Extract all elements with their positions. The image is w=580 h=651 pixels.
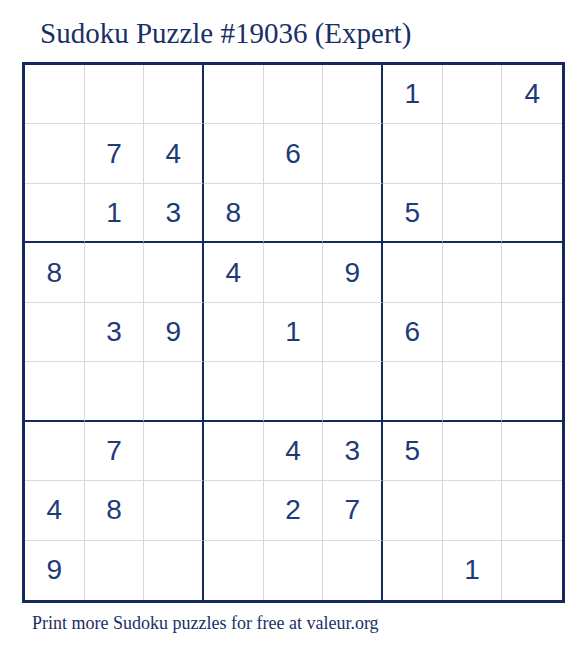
sudoku-cell-r7c5[interactable]: 4: [264, 422, 324, 481]
sudoku-cell-r1c9[interactable]: 4: [502, 65, 562, 124]
sudoku-cell-r3c5[interactable]: [264, 184, 324, 243]
sudoku-cell-r8c3[interactable]: [144, 481, 204, 540]
sudoku-cell-r7c2[interactable]: 7: [85, 422, 145, 481]
sudoku-cell-r6c2[interactable]: [85, 362, 145, 421]
sudoku-cell-r5c8[interactable]: [443, 303, 503, 362]
sudoku-cell-r3c4[interactable]: 8: [204, 184, 264, 243]
sudoku-cell-r8c6[interactable]: 7: [323, 481, 383, 540]
sudoku-cell-r8c4[interactable]: [204, 481, 264, 540]
sudoku-cell-r2c2[interactable]: 7: [85, 124, 145, 183]
sudoku-cell-r3c7[interactable]: 5: [383, 184, 443, 243]
sudoku-cell-r2c8[interactable]: [443, 124, 503, 183]
sudoku-cell-r6c1[interactable]: [25, 362, 85, 421]
sudoku-cell-r9c5[interactable]: [264, 541, 324, 600]
sudoku-cell-r8c5[interactable]: 2: [264, 481, 324, 540]
sudoku-cell-r6c5[interactable]: [264, 362, 324, 421]
sudoku-cell-r4c9[interactable]: [502, 243, 562, 302]
sudoku-cell-r7c6[interactable]: 3: [323, 422, 383, 481]
sudoku-cell-r2c9[interactable]: [502, 124, 562, 183]
footer-note: Print more Sudoku puzzles for free at va…: [32, 613, 379, 634]
sudoku-cell-r5c3[interactable]: 9: [144, 303, 204, 362]
sudoku-cell-r9c4[interactable]: [204, 541, 264, 600]
sudoku-cell-r1c4[interactable]: [204, 65, 264, 124]
sudoku-cell-r6c8[interactable]: [443, 362, 503, 421]
sudoku-cell-r7c7[interactable]: 5: [383, 422, 443, 481]
sudoku-cell-r3c9[interactable]: [502, 184, 562, 243]
sudoku-cell-r9c1[interactable]: 9: [25, 541, 85, 600]
sudoku-cell-r3c1[interactable]: [25, 184, 85, 243]
sudoku-cell-r1c2[interactable]: [85, 65, 145, 124]
sudoku-cell-r5c4[interactable]: [204, 303, 264, 362]
sudoku-cell-r4c6[interactable]: 9: [323, 243, 383, 302]
sudoku-cell-r3c2[interactable]: 1: [85, 184, 145, 243]
sudoku-cell-r2c5[interactable]: 6: [264, 124, 324, 183]
sudoku-cell-r6c3[interactable]: [144, 362, 204, 421]
sudoku-cell-r2c7[interactable]: [383, 124, 443, 183]
sudoku-cell-r2c3[interactable]: 4: [144, 124, 204, 183]
sudoku-cell-r7c4[interactable]: [204, 422, 264, 481]
sudoku-cell-r9c6[interactable]: [323, 541, 383, 600]
sudoku-cell-r8c2[interactable]: 8: [85, 481, 145, 540]
sudoku-cell-r1c7[interactable]: 1: [383, 65, 443, 124]
sudoku-cell-r7c1[interactable]: [25, 422, 85, 481]
sudoku-cell-r4c2[interactable]: [85, 243, 145, 302]
sudoku-cell-r4c8[interactable]: [443, 243, 503, 302]
sudoku-cell-r9c3[interactable]: [144, 541, 204, 600]
sudoku-cell-r9c2[interactable]: [85, 541, 145, 600]
sudoku-cell-r6c7[interactable]: [383, 362, 443, 421]
sudoku-cell-r1c1[interactable]: [25, 65, 85, 124]
sudoku-cell-r8c9[interactable]: [502, 481, 562, 540]
sudoku-cell-r9c9[interactable]: [502, 541, 562, 600]
sudoku-board: 14746138584939167435482791: [22, 62, 565, 603]
page-title: Sudoku Puzzle #19036 (Expert): [40, 17, 411, 50]
sudoku-cell-r5c5[interactable]: 1: [264, 303, 324, 362]
sudoku-cell-r4c3[interactable]: [144, 243, 204, 302]
sudoku-cell-r6c4[interactable]: [204, 362, 264, 421]
sudoku-cell-r6c9[interactable]: [502, 362, 562, 421]
sudoku-cell-r1c3[interactable]: [144, 65, 204, 124]
sudoku-cell-r8c7[interactable]: [383, 481, 443, 540]
sudoku-cell-r5c6[interactable]: [323, 303, 383, 362]
sudoku-cell-r4c7[interactable]: [383, 243, 443, 302]
sudoku-cell-r2c1[interactable]: [25, 124, 85, 183]
sudoku-cell-r3c8[interactable]: [443, 184, 503, 243]
sudoku-cell-r6c6[interactable]: [323, 362, 383, 421]
sudoku-cell-r3c3[interactable]: 3: [144, 184, 204, 243]
sudoku-cell-r7c8[interactable]: [443, 422, 503, 481]
sudoku-cell-r7c3[interactable]: [144, 422, 204, 481]
sudoku-cell-r5c1[interactable]: [25, 303, 85, 362]
sudoku-cell-r1c6[interactable]: [323, 65, 383, 124]
sudoku-cell-r3c6[interactable]: [323, 184, 383, 243]
sudoku-cell-r7c9[interactable]: [502, 422, 562, 481]
sudoku-cell-r2c6[interactable]: [323, 124, 383, 183]
sudoku-cell-r5c9[interactable]: [502, 303, 562, 362]
sudoku-cell-r1c8[interactable]: [443, 65, 503, 124]
sudoku-cell-r5c7[interactable]: 6: [383, 303, 443, 362]
sudoku-cell-r8c1[interactable]: 4: [25, 481, 85, 540]
sudoku-cell-r8c8[interactable]: [443, 481, 503, 540]
sudoku-cell-r4c5[interactable]: [264, 243, 324, 302]
sudoku-cell-r9c8[interactable]: 1: [443, 541, 503, 600]
sudoku-cell-r1c5[interactable]: [264, 65, 324, 124]
sudoku-cell-r4c4[interactable]: 4: [204, 243, 264, 302]
sudoku-cell-r5c2[interactable]: 3: [85, 303, 145, 362]
sudoku-cell-r2c4[interactable]: [204, 124, 264, 183]
sudoku-cell-r4c1[interactable]: 8: [25, 243, 85, 302]
sudoku-cell-r9c7[interactable]: [383, 541, 443, 600]
